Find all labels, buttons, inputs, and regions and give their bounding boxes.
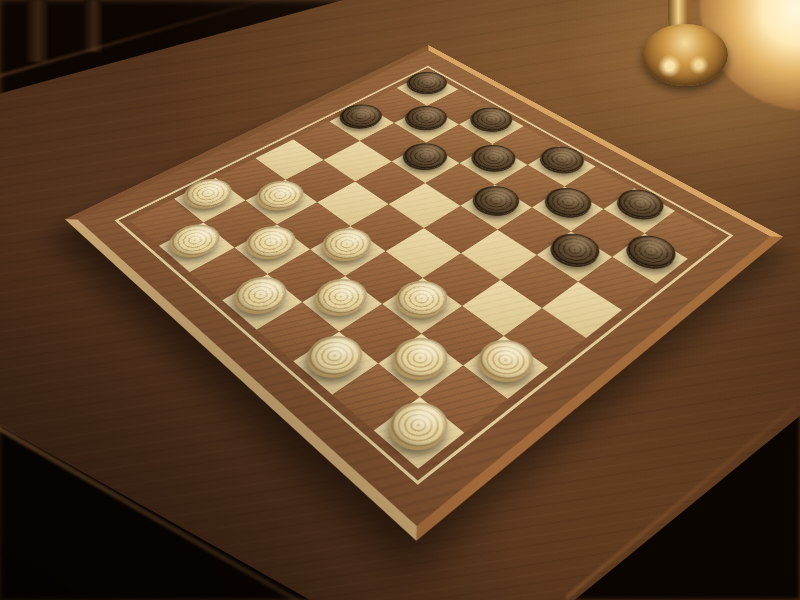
dark-man[interactable] bbox=[465, 181, 529, 221]
scene bbox=[0, 0, 800, 600]
board-field bbox=[130, 72, 718, 468]
dark-man[interactable] bbox=[400, 68, 455, 98]
dark-man[interactable] bbox=[609, 184, 673, 224]
checkers-board bbox=[65, 45, 783, 541]
dark-man[interactable] bbox=[333, 100, 391, 132]
board-perspective-wrapper bbox=[0, 0, 800, 600]
brass-lamp-base bbox=[642, 24, 728, 86]
